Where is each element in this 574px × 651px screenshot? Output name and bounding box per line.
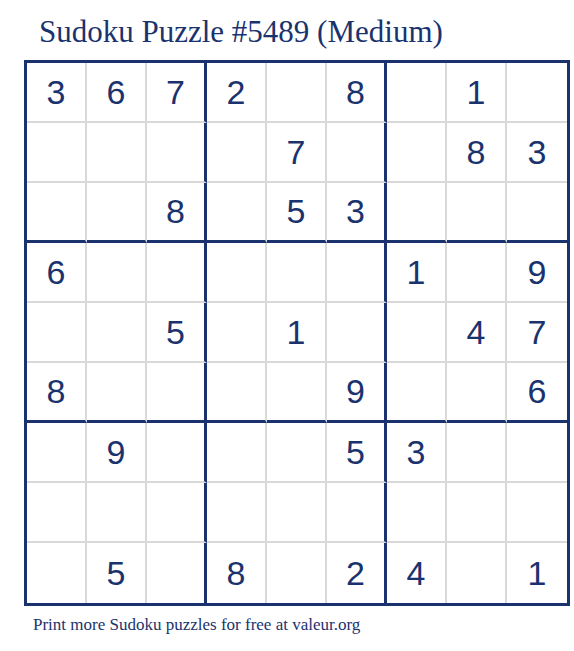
sudoku-cell-r2c7 [387,123,447,183]
sudoku-cell-r8c3 [147,483,207,543]
sudoku-grid: 367281783853619514789695358241 [24,60,570,606]
sudoku-cell-r4c5 [267,243,327,303]
sudoku-cell-r2c6 [327,123,387,183]
sudoku-cell-r9c6: 2 [327,543,387,603]
sudoku-cell-r3c9 [507,183,567,243]
sudoku-cell-r8c5 [267,483,327,543]
sudoku-cell-r5c1 [27,303,87,363]
puzzle-title: Sudoku Puzzle #5489 (Medium) [39,14,443,50]
sudoku-cell-r8c9 [507,483,567,543]
sudoku-cell-r6c9: 6 [507,363,567,423]
sudoku-cell-r1c9 [507,63,567,123]
sudoku-cell-r1c2: 6 [87,63,147,123]
sudoku-cell-r9c9: 1 [507,543,567,603]
sudoku-cell-r8c8 [447,483,507,543]
sudoku-cell-r7c2: 9 [87,423,147,483]
sudoku-cell-r7c5 [267,423,327,483]
footer-text: Print more Sudoku puzzles for free at va… [33,615,360,635]
sudoku-cell-r6c3 [147,363,207,423]
sudoku-cell-r5c7 [387,303,447,363]
sudoku-cell-r3c7 [387,183,447,243]
sudoku-cell-r9c4: 8 [207,543,267,603]
sudoku-cell-r1c4: 2 [207,63,267,123]
sudoku-cell-r1c3: 7 [147,63,207,123]
sudoku-cell-r3c6: 3 [327,183,387,243]
sudoku-cell-r3c1 [27,183,87,243]
sudoku-cell-r8c2 [87,483,147,543]
sudoku-cell-r1c1: 3 [27,63,87,123]
sudoku-cell-r4c9: 9 [507,243,567,303]
sudoku-cell-r7c9 [507,423,567,483]
sudoku-cell-r8c7 [387,483,447,543]
sudoku-cell-r6c7 [387,363,447,423]
sudoku-cell-r4c2 [87,243,147,303]
sudoku-cell-r1c7 [387,63,447,123]
sudoku-cell-r4c1: 6 [27,243,87,303]
sudoku-cell-r5c8: 4 [447,303,507,363]
sudoku-cell-r3c5: 5 [267,183,327,243]
sudoku-cell-r7c1 [27,423,87,483]
sudoku-cell-r2c5: 7 [267,123,327,183]
sudoku-cell-r7c3 [147,423,207,483]
sudoku-cell-r7c8 [447,423,507,483]
sudoku-cell-r2c8: 8 [447,123,507,183]
sudoku-cell-r4c4 [207,243,267,303]
sudoku-cell-r2c4 [207,123,267,183]
sudoku-cell-r1c8: 1 [447,63,507,123]
sudoku-cell-r2c1 [27,123,87,183]
sudoku-cell-r2c3 [147,123,207,183]
sudoku-cell-r9c5 [267,543,327,603]
sudoku-cell-r6c5 [267,363,327,423]
sudoku-cell-r1c6: 8 [327,63,387,123]
sudoku-cell-r8c1 [27,483,87,543]
sudoku-cell-r5c9: 7 [507,303,567,363]
sudoku-cell-r3c8 [447,183,507,243]
sudoku-cell-r6c4 [207,363,267,423]
sudoku-cell-r1c5 [267,63,327,123]
sudoku-cell-r7c7: 3 [387,423,447,483]
sudoku-cell-r6c2 [87,363,147,423]
sudoku-cell-r6c1: 8 [27,363,87,423]
sudoku-cell-r2c2 [87,123,147,183]
sudoku-cell-r5c6 [327,303,387,363]
page: Sudoku Puzzle #5489 (Medium) 36728178385… [0,0,574,651]
sudoku-cell-r5c2 [87,303,147,363]
sudoku-cell-r5c3: 5 [147,303,207,363]
sudoku-cell-r9c1 [27,543,87,603]
sudoku-cell-r9c3 [147,543,207,603]
sudoku-cell-r8c4 [207,483,267,543]
sudoku-cell-r9c2: 5 [87,543,147,603]
sudoku-cell-r6c8 [447,363,507,423]
sudoku-cell-r4c6 [327,243,387,303]
sudoku-cell-r7c6: 5 [327,423,387,483]
sudoku-cell-r9c7: 4 [387,543,447,603]
sudoku-cell-r7c4 [207,423,267,483]
sudoku-cell-r5c5: 1 [267,303,327,363]
sudoku-cell-r4c3 [147,243,207,303]
sudoku-cell-r4c8 [447,243,507,303]
sudoku-cell-r3c3: 8 [147,183,207,243]
sudoku-cell-r2c9: 3 [507,123,567,183]
sudoku-cell-r3c4 [207,183,267,243]
sudoku-cell-r8c6 [327,483,387,543]
sudoku-cell-r3c2 [87,183,147,243]
sudoku-cell-r6c6: 9 [327,363,387,423]
sudoku-cell-r5c4 [207,303,267,363]
sudoku-cell-r4c7: 1 [387,243,447,303]
sudoku-cell-r9c8 [447,543,507,603]
